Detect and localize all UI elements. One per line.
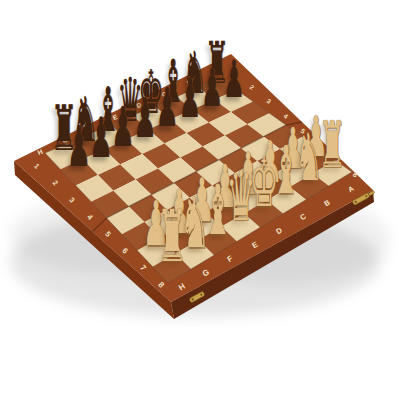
coord-upper-left-H: H (37, 147, 44, 155)
coord-lower-left-6: 6 (121, 246, 131, 255)
piece-dark-pawn-c2: ♟ (178, 72, 201, 125)
coord-upper-right-8: 8 (351, 170, 359, 179)
coord-lower-left-8: 8 (156, 280, 166, 289)
coord-lower-left-3: 3 (68, 195, 77, 204)
coord-upper-right-3: 3 (266, 98, 273, 106)
coord-lower-left-1: 1 (33, 162, 41, 170)
coord-bottom-right-D: D (274, 225, 283, 236)
piece-dark-pawn-d2: ♟ (156, 82, 179, 136)
coord-bottom-right-C: C (298, 212, 307, 223)
coord-lower-left-5: 5 (103, 229, 112, 238)
coord-bottom-right-E: E (250, 239, 259, 249)
coord-bottom-right-H: H (177, 281, 187, 292)
coord-lower-left-2: 2 (50, 179, 59, 187)
piece-dark-pawn-h2: ♟ (67, 120, 91, 177)
piece-dark-pawn-f2: ♟ (111, 101, 135, 156)
piece-dark-pawn-g2: ♟ (89, 110, 113, 166)
coord-bottom-right-F: F (226, 254, 235, 264)
piece-dark-pawn-e2: ♟ (134, 91, 157, 145)
piece-light-rook-h8: ♜ (156, 201, 187, 272)
coord-bottom-right-A: A (347, 184, 356, 194)
piece-dark-pawn-b2: ♟ (200, 63, 223, 116)
coord-bottom-right-G: G (201, 267, 211, 278)
board-overlay: AABBCCDDEEFFGGHH1122334455667788♜♞♝♚♛♝♞♜… (0, 0, 400, 400)
coord-lower-left-7: 7 (138, 263, 148, 272)
coord-lower-left-4: 4 (85, 212, 94, 221)
chess-set-photo: AABBCCDDEEFFGGHH1122334455667788♜♞♝♚♛♝♞♜… (0, 0, 400, 400)
coord-upper-right-2: 2 (248, 83, 255, 91)
piece-dark-pawn-a2: ♟ (223, 53, 245, 105)
coord-bottom-right-B: B (323, 198, 332, 208)
